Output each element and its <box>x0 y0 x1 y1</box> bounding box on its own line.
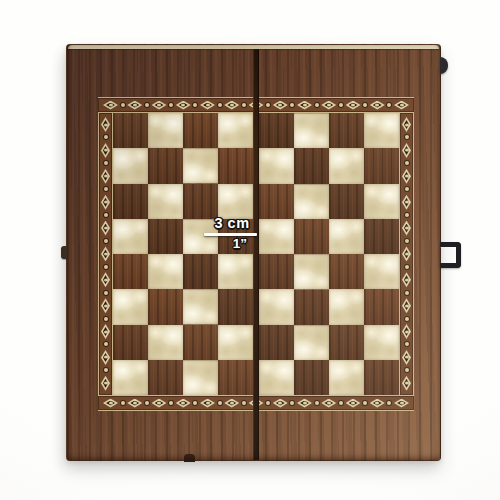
board-top-edge-highlight <box>68 45 439 49</box>
square-h1 <box>364 360 399 395</box>
inlay-diamond-icon <box>101 272 110 287</box>
square-b5 <box>148 219 183 254</box>
inlay-dot-icon <box>218 103 222 107</box>
square-e4 <box>259 254 294 289</box>
inlay-diamond-icon <box>200 399 215 408</box>
inlay-diamond-icon <box>297 101 312 110</box>
inlay-diamond-icon <box>402 246 411 261</box>
inlay-dot-icon <box>405 342 409 346</box>
inlay-diamond-icon <box>402 221 411 236</box>
square-c7 <box>183 148 218 183</box>
seam-bottom-notch <box>184 454 195 462</box>
inlay-diamond-icon <box>101 143 110 158</box>
square-a7 <box>113 148 148 183</box>
square-g5 <box>329 219 364 254</box>
inlay-diamond-icon <box>321 399 336 408</box>
inlay-diamond-icon <box>101 169 110 184</box>
inlay-dot-icon <box>405 213 409 217</box>
inlay-dot-icon <box>339 401 343 405</box>
inlay-border-left <box>98 113 113 395</box>
square-b7 <box>148 148 183 183</box>
inlay-dot-icon <box>339 103 343 107</box>
inlay-dot-icon <box>104 213 108 217</box>
inlay-diamond-icon <box>101 221 110 236</box>
square-f5 <box>294 219 329 254</box>
inlay-dot-icon <box>405 187 409 191</box>
square-b8 <box>148 113 183 148</box>
inlay-diamond-icon <box>370 399 385 408</box>
square-g4 <box>329 254 364 289</box>
square-b4 <box>148 254 183 289</box>
inlay-dot-icon <box>387 401 391 405</box>
inlay-dot-icon <box>405 291 409 295</box>
square-g3 <box>329 289 364 324</box>
square-c2 <box>183 325 218 360</box>
inlay-border-right <box>399 113 414 395</box>
inlay-diamond-icon <box>101 117 110 132</box>
inlay-diamond-icon <box>101 324 110 339</box>
inlay-dot-icon <box>104 291 108 295</box>
square-a5 <box>113 219 148 254</box>
square-d2 <box>218 325 253 360</box>
size-cm-label: 3 cm <box>205 215 259 231</box>
square-h3 <box>364 289 399 324</box>
square-h2 <box>364 325 399 360</box>
inlay-diamond-icon <box>152 101 167 110</box>
square-a2 <box>113 325 148 360</box>
inlay-diamond-icon <box>103 101 118 110</box>
square-f7 <box>294 148 329 183</box>
square-f2 <box>294 325 329 360</box>
square-g2 <box>329 325 364 360</box>
inlay-dot-icon <box>121 401 125 405</box>
inlay-dot-icon <box>405 317 409 321</box>
inlay-diamond-icon <box>101 195 110 210</box>
square-d6 <box>218 184 253 219</box>
inlay-dot-icon <box>242 401 246 405</box>
inlay-dot-icon <box>104 368 108 372</box>
square-b3 <box>148 289 183 324</box>
inlay-diamond-icon <box>346 101 361 110</box>
square-e2 <box>259 325 294 360</box>
product-photo: 3 cm 1” <box>0 0 500 500</box>
square-f6 <box>294 184 329 219</box>
square-a4 <box>113 254 148 289</box>
inlay-dot-icon <box>104 161 108 165</box>
inlay-dot-icon <box>104 265 108 269</box>
square-c6 <box>183 184 218 219</box>
square-a6 <box>113 184 148 219</box>
square-e8 <box>259 113 294 148</box>
metal-latch-icon <box>440 242 461 268</box>
inlay-diamond-icon <box>402 117 411 132</box>
square-g8 <box>329 113 364 148</box>
size-inch-label: 1” <box>214 236 266 252</box>
inlay-dot-icon <box>405 135 409 139</box>
inlay-diamond-icon <box>402 272 411 287</box>
square-a3 <box>113 289 148 324</box>
inlay-dot-icon <box>242 103 246 107</box>
square-c4 <box>183 254 218 289</box>
inlay-dot-icon <box>405 368 409 372</box>
inlay-diamond-icon <box>402 324 411 339</box>
inlay-dot-icon <box>145 103 149 107</box>
square-f1 <box>294 360 329 395</box>
inlay-dot-icon <box>193 401 197 405</box>
square-h4 <box>364 254 399 289</box>
inlay-diamond-icon <box>224 399 239 408</box>
square-d7 <box>218 148 253 183</box>
inlay-dot-icon <box>193 103 197 107</box>
square-g7 <box>329 148 364 183</box>
inlay-dot-icon <box>104 239 108 243</box>
inlay-diamond-icon <box>394 101 409 110</box>
square-c8 <box>183 113 218 148</box>
hinge-tab-left-icon <box>61 246 67 259</box>
inlay-diamond-icon <box>321 101 336 110</box>
square-e1 <box>259 360 294 395</box>
square-e3 <box>259 289 294 324</box>
board-fold-seam <box>253 45 259 460</box>
inlay-diamond-icon <box>346 399 361 408</box>
inlay-diamond-icon <box>273 101 288 110</box>
inlay-diamond-icon <box>402 195 411 210</box>
inlay-diamond-icon <box>402 143 411 158</box>
square-e6 <box>259 184 294 219</box>
square-b6 <box>148 184 183 219</box>
inlay-diamond-icon <box>176 101 191 110</box>
inlay-dot-icon <box>104 317 108 321</box>
square-g6 <box>329 184 364 219</box>
square-h7 <box>364 148 399 183</box>
folding-chess-board <box>66 44 441 461</box>
square-b2 <box>148 325 183 360</box>
inlay-dot-icon <box>145 401 149 405</box>
inlay-dot-icon <box>405 265 409 269</box>
square-a8 <box>113 113 148 148</box>
inlay-dot-icon <box>405 239 409 243</box>
square-f4 <box>294 254 329 289</box>
square-f8 <box>294 113 329 148</box>
inlay-dot-icon <box>315 401 319 405</box>
square-d3 <box>218 289 253 324</box>
inlay-dot-icon <box>290 103 294 107</box>
inlay-dot-icon <box>315 103 319 107</box>
inlay-diamond-icon <box>176 399 191 408</box>
inlay-diamond-icon <box>224 101 239 110</box>
inlay-diamond-icon <box>127 101 142 110</box>
inlay-dot-icon <box>405 161 409 165</box>
square-h6 <box>364 184 399 219</box>
inlay-diamond-icon <box>273 399 288 408</box>
square-h8 <box>364 113 399 148</box>
square-c3 <box>183 289 218 324</box>
inlay-dot-icon <box>169 401 173 405</box>
square-h5 <box>364 219 399 254</box>
inlay-diamond-icon <box>101 350 110 365</box>
inlay-diamond-icon <box>402 298 411 313</box>
inlay-diamond-icon <box>402 376 411 391</box>
inlay-dot-icon <box>290 401 294 405</box>
inlay-diamond-icon <box>101 376 110 391</box>
inlay-diamond-icon <box>152 399 167 408</box>
inlay-dot-icon <box>363 103 367 107</box>
square-d8 <box>218 113 253 148</box>
inlay-dot-icon <box>387 103 391 107</box>
inlay-diamond-icon <box>297 399 312 408</box>
hinge-knuckle-top-right-icon <box>440 57 448 74</box>
square-d1 <box>218 360 253 395</box>
inlay-dot-icon <box>104 187 108 191</box>
inlay-diamond-icon <box>101 298 110 313</box>
inlay-diamond-icon <box>101 246 110 261</box>
inlay-dot-icon <box>104 342 108 346</box>
inlay-diamond-icon <box>394 399 409 408</box>
square-c1 <box>183 360 218 395</box>
square-b1 <box>148 360 183 395</box>
inlay-dot-icon <box>218 401 222 405</box>
inlay-diamond-icon <box>402 350 411 365</box>
square-e7 <box>259 148 294 183</box>
square-f3 <box>294 289 329 324</box>
inlay-diamond-icon <box>200 101 215 110</box>
square-d4 <box>218 254 253 289</box>
square-a1 <box>113 360 148 395</box>
inlay-diamond-icon <box>402 169 411 184</box>
inlay-dot-icon <box>104 135 108 139</box>
inlay-dot-icon <box>266 103 270 107</box>
inlay-dot-icon <box>121 103 125 107</box>
inlay-diamond-icon <box>127 399 142 408</box>
inlay-diamond-icon <box>370 101 385 110</box>
square-g1 <box>329 360 364 395</box>
inlay-dot-icon <box>169 103 173 107</box>
inlay-diamond-icon <box>103 399 118 408</box>
inlay-dot-icon <box>363 401 367 405</box>
inlay-dot-icon <box>266 401 270 405</box>
